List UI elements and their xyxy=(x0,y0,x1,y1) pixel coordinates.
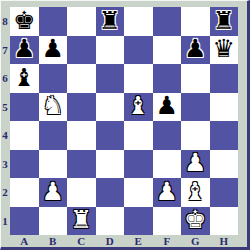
rank-label-3: 3 xyxy=(0,150,10,179)
square-f2[interactable]: ♟ xyxy=(153,178,182,207)
square-g8[interactable] xyxy=(181,7,210,36)
file-label-b: B xyxy=(39,235,68,247)
square-b7[interactable]: ♟ xyxy=(39,36,68,65)
piece-white-bishop: ♝ xyxy=(184,179,206,204)
piece-black-rook: ♜ xyxy=(99,8,121,33)
rank-label-5: 5 xyxy=(0,93,10,122)
piece-white-rook: ♜ xyxy=(70,207,92,232)
square-f5[interactable]: ♟ xyxy=(153,93,182,122)
square-c2[interactable] xyxy=(67,178,96,207)
square-a1[interactable] xyxy=(10,207,39,236)
square-h3[interactable] xyxy=(210,150,239,179)
square-d3[interactable] xyxy=(96,150,125,179)
square-g3[interactable]: ♟ xyxy=(181,150,210,179)
file-label-a: A xyxy=(10,235,39,247)
file-label-h: H xyxy=(210,235,239,247)
square-b5[interactable]: ♞ xyxy=(39,93,68,122)
piece-white-pawn: ♟ xyxy=(156,179,178,204)
rank-label-6: 6 xyxy=(0,64,10,93)
square-b4[interactable] xyxy=(39,121,68,150)
square-h6[interactable] xyxy=(210,64,239,93)
piece-black-pawn: ♟ xyxy=(184,36,206,61)
square-a8[interactable]: ♚ xyxy=(10,7,39,36)
square-e3[interactable] xyxy=(124,150,153,179)
square-e5[interactable]: ♝ xyxy=(124,93,153,122)
square-d1[interactable] xyxy=(96,207,125,236)
piece-black-king: ♚ xyxy=(13,8,35,33)
piece-black-bishop: ♝ xyxy=(13,65,35,90)
square-f8[interactable] xyxy=(153,7,182,36)
piece-white-king: ♚ xyxy=(184,207,206,232)
square-g4[interactable] xyxy=(181,121,210,150)
square-d2[interactable] xyxy=(96,178,125,207)
square-e2[interactable] xyxy=(124,178,153,207)
rank-label-8: 8 xyxy=(0,7,10,36)
square-d7[interactable] xyxy=(96,36,125,65)
square-f7[interactable] xyxy=(153,36,182,65)
file-label-d: D xyxy=(96,235,125,247)
file-label-g: G xyxy=(181,235,210,247)
square-h4[interactable] xyxy=(210,121,239,150)
rank-label-2: 2 xyxy=(0,178,10,207)
square-e7[interactable] xyxy=(124,36,153,65)
piece-white-pawn: ♟ xyxy=(42,179,64,204)
square-e4[interactable] xyxy=(124,121,153,150)
chess-board: ♚♜♜♟♟♟♛♝♞♝♟♟♟♟♝♜♚ xyxy=(10,7,238,235)
square-b8[interactable] xyxy=(39,7,68,36)
square-a5[interactable] xyxy=(10,93,39,122)
square-g5[interactable] xyxy=(181,93,210,122)
square-e1[interactable] xyxy=(124,207,153,236)
piece-black-queen: ♛ xyxy=(213,36,235,61)
square-f4[interactable] xyxy=(153,121,182,150)
square-b6[interactable] xyxy=(39,64,68,93)
file-label-e: E xyxy=(124,235,153,247)
rank-label-4: 4 xyxy=(0,121,10,150)
piece-black-pawn: ♟ xyxy=(156,93,178,118)
square-c4[interactable] xyxy=(67,121,96,150)
square-c5[interactable] xyxy=(67,93,96,122)
square-e8[interactable] xyxy=(124,7,153,36)
square-c8[interactable] xyxy=(67,7,96,36)
piece-white-bishop: ♝ xyxy=(127,93,149,118)
rank-label-1: 1 xyxy=(0,207,10,236)
piece-white-knight: ♞ xyxy=(42,93,64,118)
square-g1[interactable]: ♚ xyxy=(181,207,210,236)
piece-black-pawn: ♟ xyxy=(13,36,35,61)
file-label-f: F xyxy=(153,235,182,247)
square-h5[interactable] xyxy=(210,93,239,122)
square-d6[interactable] xyxy=(96,64,125,93)
square-a2[interactable] xyxy=(10,178,39,207)
square-a4[interactable] xyxy=(10,121,39,150)
square-g7[interactable]: ♟ xyxy=(181,36,210,65)
square-c3[interactable] xyxy=(67,150,96,179)
piece-black-rook: ♜ xyxy=(213,8,235,33)
square-h8[interactable]: ♜ xyxy=(210,7,239,36)
square-h1[interactable] xyxy=(210,207,239,236)
square-c7[interactable] xyxy=(67,36,96,65)
square-h2[interactable] xyxy=(210,178,239,207)
square-g2[interactable]: ♝ xyxy=(181,178,210,207)
square-a7[interactable]: ♟ xyxy=(10,36,39,65)
square-a3[interactable] xyxy=(10,150,39,179)
square-h7[interactable]: ♛ xyxy=(210,36,239,65)
rank-label-7: 7 xyxy=(0,36,10,65)
square-c1[interactable]: ♜ xyxy=(67,207,96,236)
chessboard-widget: ♚♜♜♟♟♟♛♝♞♝♟♟♟♟♝♜♚ 87654321ABCDEFGH xyxy=(0,0,250,250)
square-d5[interactable] xyxy=(96,93,125,122)
square-b3[interactable] xyxy=(39,150,68,179)
square-f6[interactable] xyxy=(153,64,182,93)
square-d8[interactable]: ♜ xyxy=(96,7,125,36)
square-a6[interactable]: ♝ xyxy=(10,64,39,93)
square-b1[interactable] xyxy=(39,207,68,236)
square-g6[interactable] xyxy=(181,64,210,93)
file-label-c: C xyxy=(67,235,96,247)
piece-black-pawn: ♟ xyxy=(42,36,64,61)
square-c6[interactable] xyxy=(67,64,96,93)
square-f3[interactable] xyxy=(153,150,182,179)
square-f1[interactable] xyxy=(153,207,182,236)
square-d4[interactable] xyxy=(96,121,125,150)
square-e6[interactable] xyxy=(124,64,153,93)
square-b2[interactable]: ♟ xyxy=(39,178,68,207)
piece-white-pawn: ♟ xyxy=(184,150,206,175)
